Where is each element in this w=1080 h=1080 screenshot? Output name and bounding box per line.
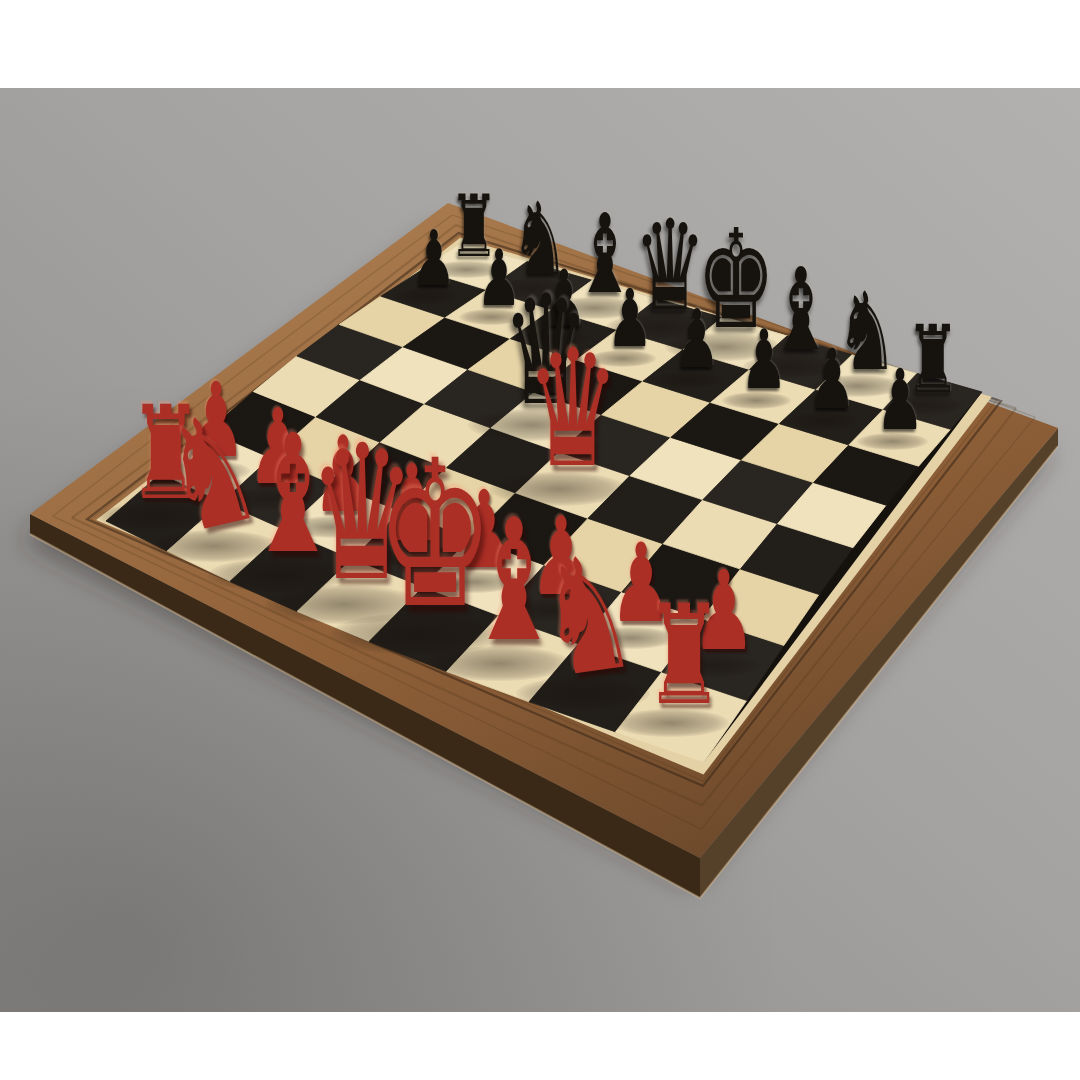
letterbox-top bbox=[0, 0, 1080, 88]
chess-set-photo bbox=[0, 0, 1080, 1080]
product-photo-stage: ♜♞♝♛♚♝♞♜♟♟♟♟♟♟♟♟♛♛♟♟♟♟♟♟♟♟♜♞♝♛♚♝♞♜ bbox=[0, 0, 1080, 1080]
letterbox-bottom bbox=[0, 1012, 1080, 1080]
